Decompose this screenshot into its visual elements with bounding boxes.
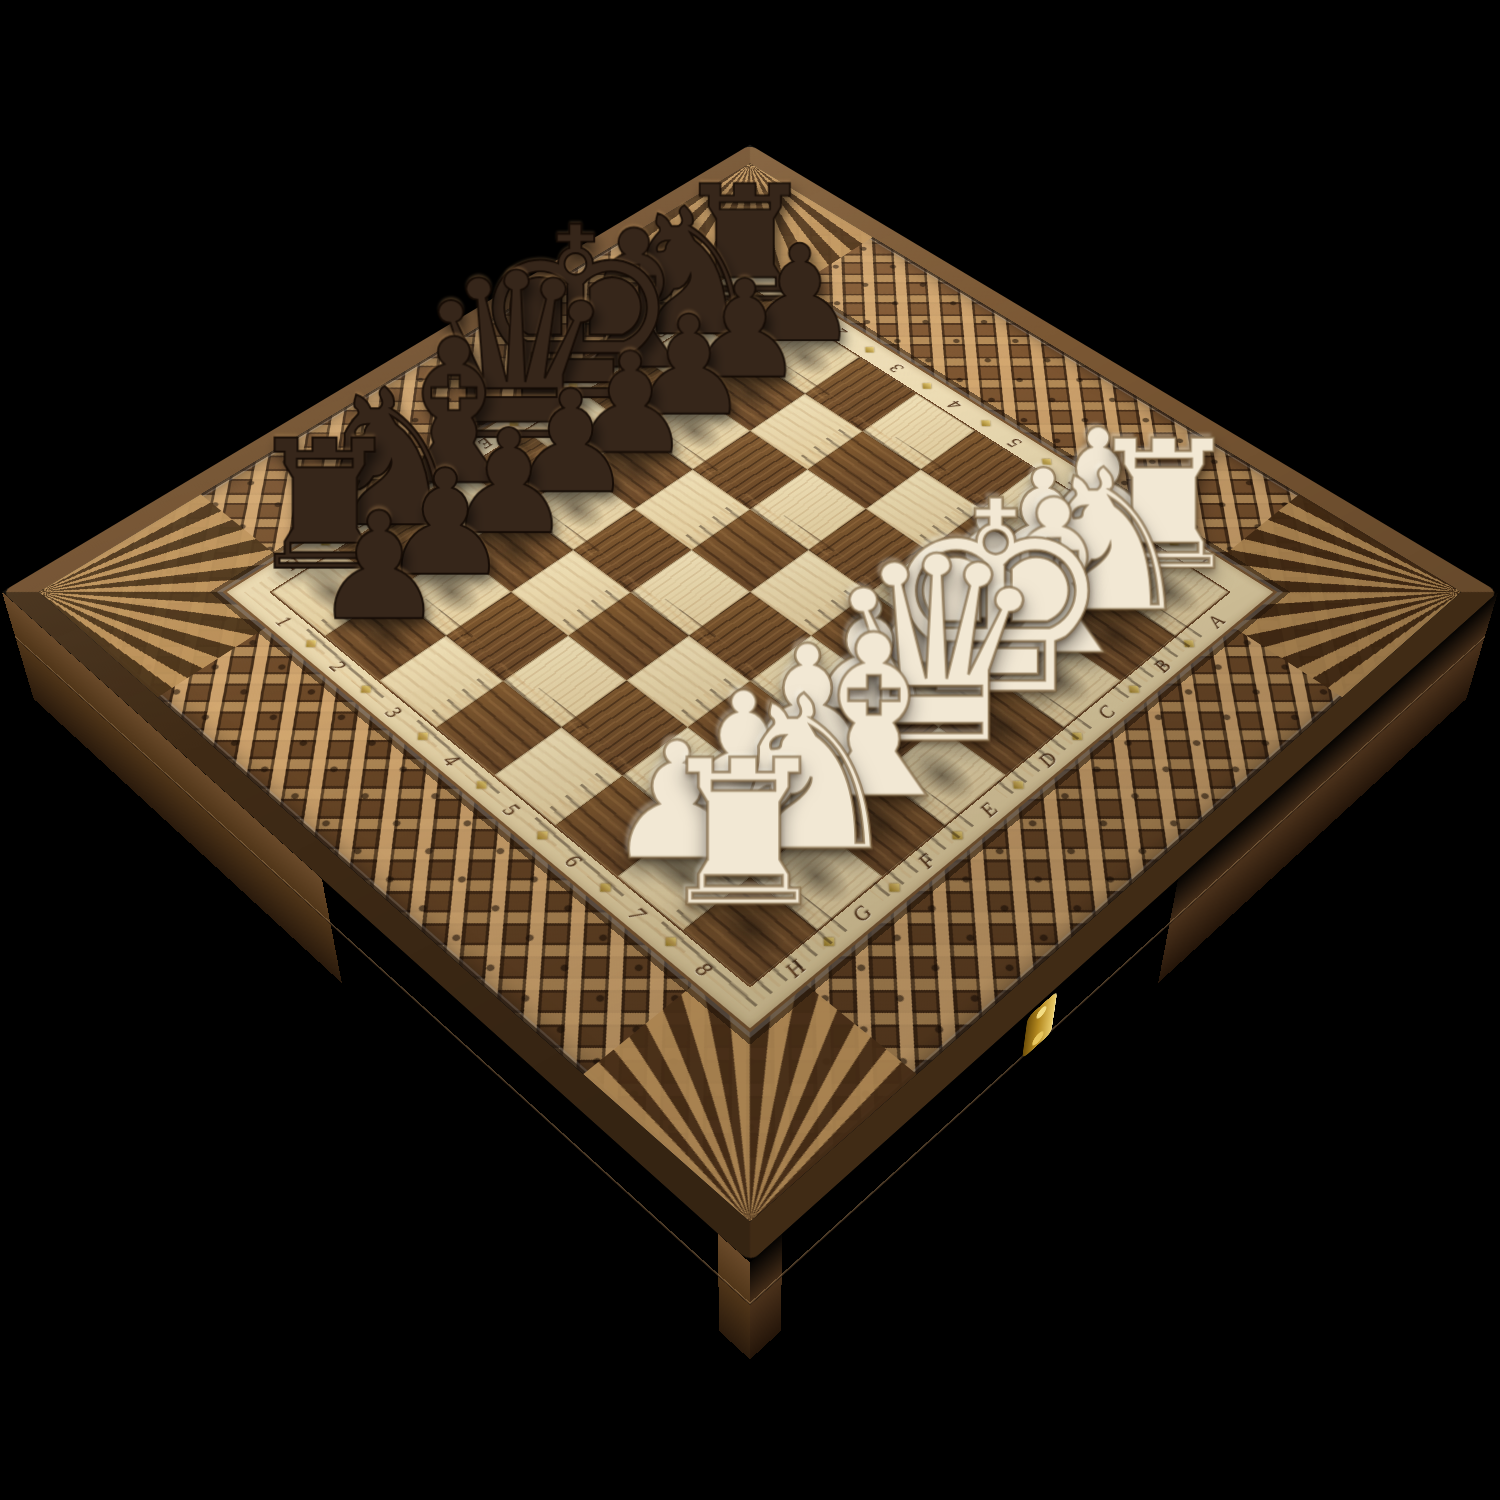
scene: 12345678 12345678 ABCDEFGH ABCDEFGH ♜♟♟♜… (0, 0, 1500, 1500)
coord-label-8: 8 (689, 958, 718, 981)
piece-glyph: ♜ (574, 734, 913, 935)
coord-label-H: H (780, 956, 812, 983)
brass-diamond-inlay (981, 420, 990, 426)
chess-board: 12345678 12345678 ABCDEFGH ABCDEFGH ♜♟♟♜… (2, 145, 1498, 1263)
brass-diamond-inlay (626, 347, 634, 352)
photo-stage: 12345678 12345678 ABCDEFGH ABCDEFGH ♜♟♟♜… (0, 0, 1500, 1500)
brass-diamond-inlay (923, 383, 932, 389)
brass-diamond-inlay (865, 347, 873, 352)
brass-diamond-inlay (510, 420, 519, 426)
coord-label-4: 4 (437, 750, 465, 770)
piece-glyph: ♟ (226, 491, 532, 640)
brass-diamond-inlay (682, 312, 690, 317)
coord-label-3: 3 (886, 360, 909, 375)
brass-diamond-inlay (810, 312, 818, 317)
brass-diamond-inlay (569, 383, 578, 389)
